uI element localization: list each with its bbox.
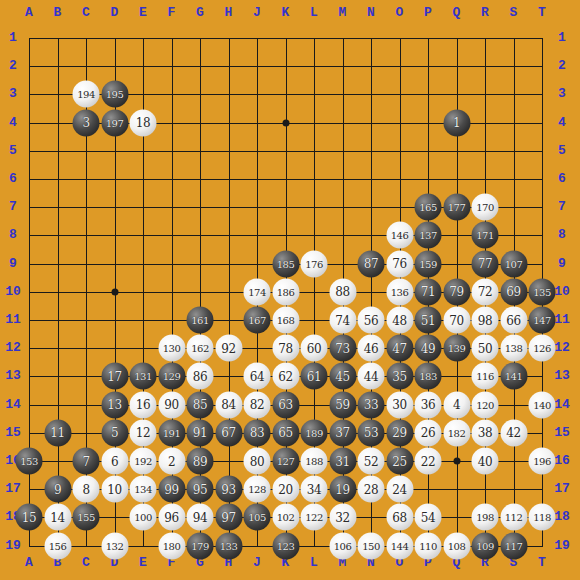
stone-black-P12[interactable]: 49 <box>415 335 442 362</box>
row-label-right-5: 5 <box>551 143 573 158</box>
stone-black-T10[interactable]: 135 <box>529 278 556 305</box>
stone-black-N9[interactable]: 87 <box>358 250 385 277</box>
stone-black-O15[interactable]: 29 <box>386 419 413 446</box>
stone-black-K19[interactable]: 123 <box>272 532 299 559</box>
stone-black-G17[interactable]: 95 <box>187 476 214 503</box>
stone-white-O9[interactable]: 76 <box>386 250 413 277</box>
stone-black-M13[interactable]: 45 <box>329 363 356 390</box>
stone-black-P7[interactable]: 165 <box>415 194 442 221</box>
stone-white-E17[interactable]: 134 <box>130 476 157 503</box>
stone-white-M18[interactable]: 32 <box>329 504 356 531</box>
stone-white-F16[interactable]: 2 <box>158 448 185 475</box>
row-label-left-5: 5 <box>2 143 24 158</box>
row-label-right-7: 7 <box>551 199 573 214</box>
stone-white-E15[interactable]: 12 <box>130 419 157 446</box>
stone-white-M11[interactable]: 74 <box>329 307 356 334</box>
stone-white-S18[interactable]: 112 <box>500 504 527 531</box>
col-label-top-O: O <box>389 5 411 20</box>
col-label-top-E: E <box>132 5 154 20</box>
row-label-left-15: 15 <box>2 425 24 440</box>
stone-black-J18[interactable]: 105 <box>244 504 271 531</box>
col-label-top-B: B <box>47 5 69 20</box>
stone-white-S12[interactable]: 138 <box>500 335 527 362</box>
stone-black-D4[interactable]: 197 <box>101 109 128 136</box>
stone-white-N16[interactable]: 52 <box>358 448 385 475</box>
star-point-K4 <box>282 119 289 126</box>
stone-white-P19[interactable]: 110 <box>415 532 442 559</box>
row-label-right-3: 3 <box>551 86 573 101</box>
stone-white-T12[interactable]: 126 <box>529 335 556 362</box>
stone-white-Q11[interactable]: 70 <box>443 307 470 334</box>
row-label-right-17: 17 <box>551 481 573 496</box>
stone-black-B17[interactable]: 9 <box>44 476 71 503</box>
stone-black-T11[interactable]: 147 <box>529 307 556 334</box>
stone-white-J10[interactable]: 174 <box>244 278 271 305</box>
stone-white-R11[interactable]: 98 <box>472 307 499 334</box>
stone-white-N13[interactable]: 44 <box>358 363 385 390</box>
row-label-right-19: 19 <box>551 538 573 553</box>
row-label-right-4: 4 <box>551 115 573 130</box>
stone-white-R14[interactable]: 120 <box>472 391 499 418</box>
stone-black-K14[interactable]: 63 <box>272 391 299 418</box>
stone-black-Q7[interactable]: 177 <box>443 194 470 221</box>
stone-white-O11[interactable]: 48 <box>386 307 413 334</box>
stone-white-H14[interactable]: 84 <box>215 391 242 418</box>
stone-white-K11[interactable]: 168 <box>272 307 299 334</box>
stone-white-M10[interactable]: 88 <box>329 278 356 305</box>
col-label-top-J: J <box>246 5 268 20</box>
stone-white-R7[interactable]: 170 <box>472 194 499 221</box>
stone-black-L15[interactable]: 189 <box>301 419 328 446</box>
stone-white-G12[interactable]: 162 <box>187 335 214 362</box>
stone-white-E16[interactable]: 192 <box>130 448 157 475</box>
col-label-bottom-A: A <box>18 555 40 570</box>
stone-black-S10[interactable]: 69 <box>500 278 527 305</box>
stone-black-N15[interactable]: 53 <box>358 419 385 446</box>
stone-black-S19[interactable]: 117 <box>500 532 527 559</box>
stone-white-O19[interactable]: 144 <box>386 532 413 559</box>
stone-white-J17[interactable]: 128 <box>244 476 271 503</box>
row-label-left-8: 8 <box>2 227 24 242</box>
stone-black-P8[interactable]: 137 <box>415 222 442 249</box>
row-label-left-17: 17 <box>2 481 24 496</box>
stone-white-C3[interactable]: 194 <box>73 81 100 108</box>
row-label-right-15: 15 <box>551 425 573 440</box>
stone-white-J14[interactable]: 82 <box>244 391 271 418</box>
col-label-top-M: M <box>332 5 354 20</box>
col-label-bottom-E: E <box>132 555 154 570</box>
stone-black-G11[interactable]: 161 <box>187 307 214 334</box>
col-label-top-K: K <box>275 5 297 20</box>
col-label-top-D: D <box>104 5 126 20</box>
stone-black-C16[interactable]: 7 <box>73 448 100 475</box>
stone-white-D19[interactable]: 132 <box>101 532 128 559</box>
row-label-right-8: 8 <box>551 227 573 242</box>
stone-white-E18[interactable]: 100 <box>130 504 157 531</box>
col-label-top-A: A <box>18 5 40 20</box>
stone-white-N12[interactable]: 46 <box>358 335 385 362</box>
stone-white-D16[interactable]: 6 <box>101 448 128 475</box>
stone-white-E4[interactable]: 18 <box>130 109 157 136</box>
col-label-top-C: C <box>75 5 97 20</box>
stone-black-H18[interactable]: 97 <box>215 504 242 531</box>
stone-black-P9[interactable]: 159 <box>415 250 442 277</box>
stone-white-T16[interactable]: 196 <box>529 448 556 475</box>
stone-black-F17[interactable]: 99 <box>158 476 185 503</box>
stone-white-R16[interactable]: 40 <box>472 448 499 475</box>
stone-white-L18[interactable]: 122 <box>301 504 328 531</box>
go-board: AABBCCDDEEFFGGHHJJKKLLMMNNOOPPQQRRSSTT11… <box>0 0 580 580</box>
col-label-bottom-L: L <box>303 555 325 570</box>
stone-black-D14[interactable]: 13 <box>101 391 128 418</box>
stone-black-R19[interactable]: 109 <box>472 532 499 559</box>
stone-black-D3[interactable]: 195 <box>101 81 128 108</box>
stone-white-R15[interactable]: 38 <box>472 419 499 446</box>
stone-black-K15[interactable]: 65 <box>272 419 299 446</box>
stone-black-H19[interactable]: 133 <box>215 532 242 559</box>
stone-white-P16[interactable]: 22 <box>415 448 442 475</box>
row-label-left-13: 13 <box>2 368 24 383</box>
stone-white-K17[interactable]: 20 <box>272 476 299 503</box>
stone-black-Q12[interactable]: 139 <box>443 335 470 362</box>
col-label-top-S: S <box>503 5 525 20</box>
stone-black-M16[interactable]: 31 <box>329 448 356 475</box>
row-label-left-6: 6 <box>2 171 24 186</box>
col-label-top-H: H <box>218 5 240 20</box>
star-point-D10 <box>111 288 118 295</box>
row-label-right-1: 1 <box>551 30 573 45</box>
stone-black-C4[interactable]: 3 <box>73 109 100 136</box>
stone-white-R12[interactable]: 50 <box>472 335 499 362</box>
stone-black-R9[interactable]: 77 <box>472 250 499 277</box>
row-label-left-1: 1 <box>2 30 24 45</box>
stone-white-E14[interactable]: 16 <box>130 391 157 418</box>
stone-black-P10[interactable]: 71 <box>415 278 442 305</box>
row-label-right-13: 13 <box>551 368 573 383</box>
col-label-top-N: N <box>360 5 382 20</box>
stone-white-S11[interactable]: 66 <box>500 307 527 334</box>
stone-white-J16[interactable]: 80 <box>244 448 271 475</box>
stone-black-H15[interactable]: 67 <box>215 419 242 446</box>
stone-white-L17[interactable]: 34 <box>301 476 328 503</box>
col-label-bottom-T: T <box>531 555 553 570</box>
stone-white-D17[interactable]: 10 <box>101 476 128 503</box>
stone-black-A18[interactable]: 15 <box>16 504 43 531</box>
row-label-left-14: 14 <box>2 397 24 412</box>
col-label-top-T: T <box>531 5 553 20</box>
stone-white-L12[interactable]: 60 <box>301 335 328 362</box>
stone-white-N11[interactable]: 56 <box>358 307 385 334</box>
stone-white-O8[interactable]: 146 <box>386 222 413 249</box>
stone-black-J15[interactable]: 83 <box>244 419 271 446</box>
stone-white-K10[interactable]: 186 <box>272 278 299 305</box>
stone-white-B18[interactable]: 14 <box>44 504 71 531</box>
col-label-top-L: L <box>303 5 325 20</box>
row-label-left-12: 12 <box>2 340 24 355</box>
stone-white-J13[interactable]: 64 <box>244 363 271 390</box>
stone-white-C17[interactable]: 8 <box>73 476 100 503</box>
stone-black-D13[interactable]: 17 <box>101 363 128 390</box>
stone-black-G16[interactable]: 89 <box>187 448 214 475</box>
stone-white-R18[interactable]: 198 <box>472 504 499 531</box>
stone-white-Q19[interactable]: 108 <box>443 532 470 559</box>
row-label-left-2: 2 <box>2 58 24 73</box>
stone-white-F18[interactable]: 96 <box>158 504 185 531</box>
stone-black-O16[interactable]: 25 <box>386 448 413 475</box>
stone-black-G19[interactable]: 179 <box>187 532 214 559</box>
col-label-top-Q: Q <box>446 5 468 20</box>
stone-white-G18[interactable]: 94 <box>187 504 214 531</box>
col-label-top-G: G <box>189 5 211 20</box>
col-label-bottom-C: C <box>75 555 97 570</box>
stone-black-Q4[interactable]: 1 <box>443 109 470 136</box>
stone-white-O10[interactable]: 136 <box>386 278 413 305</box>
stone-black-P13[interactable]: 183 <box>415 363 442 390</box>
col-label-top-P: P <box>417 5 439 20</box>
row-label-left-4: 4 <box>2 115 24 130</box>
stone-black-M12[interactable]: 73 <box>329 335 356 362</box>
row-label-right-2: 2 <box>551 58 573 73</box>
stone-black-F15[interactable]: 191 <box>158 419 185 446</box>
stone-white-N19[interactable]: 150 <box>358 532 385 559</box>
stone-black-H17[interactable]: 93 <box>215 476 242 503</box>
stone-black-E13[interactable]: 131 <box>130 363 157 390</box>
stone-white-P18[interactable]: 54 <box>415 504 442 531</box>
stone-white-F14[interactable]: 90 <box>158 391 185 418</box>
stone-black-N14[interactable]: 33 <box>358 391 385 418</box>
stone-black-S9[interactable]: 107 <box>500 250 527 277</box>
col-label-top-R: R <box>474 5 496 20</box>
stone-black-S13[interactable]: 141 <box>500 363 527 390</box>
stone-black-G14[interactable]: 85 <box>187 391 214 418</box>
stone-white-F12[interactable]: 130 <box>158 335 185 362</box>
stone-white-K13[interactable]: 62 <box>272 363 299 390</box>
row-label-left-11: 11 <box>2 312 24 327</box>
col-label-top-F: F <box>161 5 183 20</box>
stone-black-R8[interactable]: 171 <box>472 222 499 249</box>
stone-white-P14[interactable]: 36 <box>415 391 442 418</box>
row-label-right-9: 9 <box>551 256 573 271</box>
stone-black-O12[interactable]: 47 <box>386 335 413 362</box>
stone-white-K18[interactable]: 102 <box>272 504 299 531</box>
stone-white-L9[interactable]: 176 <box>301 250 328 277</box>
stone-white-Q14[interactable]: 4 <box>443 391 470 418</box>
stone-black-G15[interactable]: 91 <box>187 419 214 446</box>
stone-white-O17[interactable]: 24 <box>386 476 413 503</box>
stone-white-H12[interactable]: 92 <box>215 335 242 362</box>
stone-black-J11[interactable]: 167 <box>244 307 271 334</box>
stone-white-G13[interactable]: 86 <box>187 363 214 390</box>
stone-white-Q15[interactable]: 182 <box>443 419 470 446</box>
stone-white-K12[interactable]: 78 <box>272 335 299 362</box>
stone-black-P11[interactable]: 51 <box>415 307 442 334</box>
stone-white-N17[interactable]: 28 <box>358 476 385 503</box>
stone-black-K9[interactable]: 185 <box>272 250 299 277</box>
stone-black-Q10[interactable]: 79 <box>443 278 470 305</box>
row-label-left-7: 7 <box>2 199 24 214</box>
row-label-left-3: 3 <box>2 86 24 101</box>
stone-black-M14[interactable]: 59 <box>329 391 356 418</box>
stone-black-F13[interactable]: 129 <box>158 363 185 390</box>
row-label-left-19: 19 <box>2 538 24 553</box>
stone-black-L13[interactable]: 61 <box>301 363 328 390</box>
star-point-Q16 <box>453 458 460 465</box>
stone-black-M17[interactable]: 19 <box>329 476 356 503</box>
stone-white-R10[interactable]: 72 <box>472 278 499 305</box>
stone-white-S15[interactable]: 42 <box>500 419 527 446</box>
col-label-bottom-J: J <box>246 555 268 570</box>
stone-black-A16[interactable]: 153 <box>16 448 43 475</box>
stone-white-F19[interactable]: 180 <box>158 532 185 559</box>
stone-white-O18[interactable]: 68 <box>386 504 413 531</box>
stone-black-O13[interactable]: 35 <box>386 363 413 390</box>
stone-white-B19[interactable]: 156 <box>44 532 71 559</box>
stone-black-K16[interactable]: 127 <box>272 448 299 475</box>
stone-white-L16[interactable]: 188 <box>301 448 328 475</box>
stone-black-B15[interactable]: 11 <box>44 419 71 446</box>
row-label-right-6: 6 <box>551 171 573 186</box>
stone-white-T14[interactable]: 140 <box>529 391 556 418</box>
stone-white-R13[interactable]: 116 <box>472 363 499 390</box>
stone-black-C18[interactable]: 155 <box>73 504 100 531</box>
stone-white-O14[interactable]: 30 <box>386 391 413 418</box>
stone-white-T18[interactable]: 118 <box>529 504 556 531</box>
stone-black-D15[interactable]: 5 <box>101 419 128 446</box>
stone-white-M19[interactable]: 106 <box>329 532 356 559</box>
row-label-left-10: 10 <box>2 284 24 299</box>
row-label-left-9: 9 <box>2 256 24 271</box>
stone-white-P15[interactable]: 26 <box>415 419 442 446</box>
stone-black-M15[interactable]: 37 <box>329 419 356 446</box>
